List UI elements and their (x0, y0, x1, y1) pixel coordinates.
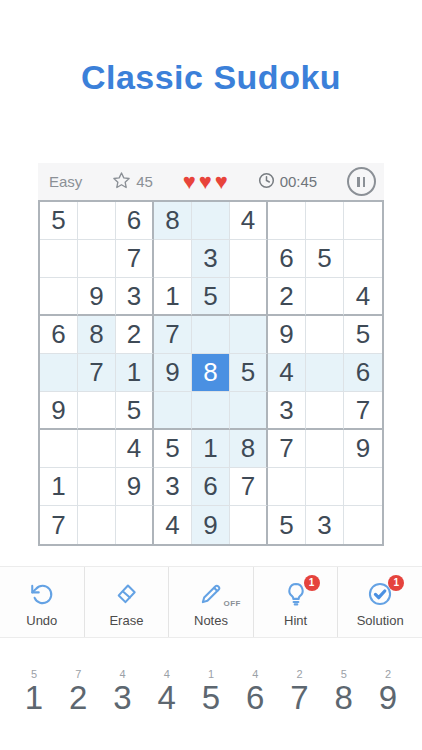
cell-r2c9[interactable] (344, 240, 382, 278)
digit-label: 2 (69, 681, 87, 716)
cell-r5c1[interactable] (40, 354, 78, 392)
toolbar: Undo Erase OFF Notes 1 (0, 566, 422, 638)
cell-r9c4[interactable]: 4 (154, 506, 192, 544)
cell-r2c3[interactable]: 7 (116, 240, 154, 278)
cell-r7c3[interactable]: 4 (116, 430, 154, 468)
cell-r6c5[interactable] (192, 392, 230, 430)
cell-r2c8[interactable]: 5 (306, 240, 344, 278)
cell-r9c5[interactable]: 9 (192, 506, 230, 544)
solution-button[interactable]: 1 Solution (338, 567, 422, 637)
number-pad: 517243441546275829 (0, 668, 422, 716)
undo-icon (29, 581, 55, 607)
cell-r9c2[interactable] (78, 506, 116, 544)
cell-r7c6[interactable]: 8 (230, 430, 268, 468)
cell-r4c7[interactable]: 9 (268, 316, 306, 354)
lives-hearts: ♥♥♥ (183, 171, 228, 193)
cell-r6c4[interactable] (154, 392, 192, 430)
cell-r8c3[interactable]: 9 (116, 468, 154, 506)
cell-r8c6[interactable]: 7 (230, 468, 268, 506)
undo-button[interactable]: Undo (0, 567, 85, 637)
cell-r4c9[interactable]: 5 (344, 316, 382, 354)
cell-r4c1[interactable]: 6 (40, 316, 78, 354)
cell-r7c7[interactable]: 7 (268, 430, 306, 468)
cell-r3c1[interactable] (40, 278, 78, 316)
hint-badge: 1 (304, 575, 320, 591)
solution-badge: 1 (388, 575, 404, 591)
cell-r2c7[interactable]: 6 (268, 240, 306, 278)
cell-r1c8[interactable] (306, 202, 344, 240)
cell-r8c7[interactable] (268, 468, 306, 506)
cell-r6c6[interactable] (230, 392, 268, 430)
cell-r9c7[interactable]: 5 (268, 506, 306, 544)
digit-label: 5 (202, 681, 220, 716)
cell-r2c1[interactable] (40, 240, 78, 278)
cell-r1c4[interactable]: 8 (154, 202, 192, 240)
pause-button[interactable] (347, 167, 376, 196)
timer-group: 00:45 (258, 172, 318, 192)
cell-r3c2[interactable]: 9 (78, 278, 116, 316)
cell-r2c6[interactable] (230, 240, 268, 278)
cell-r4c4[interactable]: 7 (154, 316, 192, 354)
cell-r3c6[interactable] (230, 278, 268, 316)
cell-r1c3[interactable]: 6 (116, 202, 154, 240)
cell-r6c2[interactable] (78, 392, 116, 430)
cell-r9c1[interactable]: 7 (40, 506, 78, 544)
cell-r6c9[interactable]: 7 (344, 392, 382, 430)
lightbulb-icon: 1 (283, 581, 309, 607)
cell-r4c8[interactable] (306, 316, 344, 354)
cell-r3c5[interactable]: 5 (192, 278, 230, 316)
cell-r1c2[interactable] (78, 202, 116, 240)
heart-icon: ♥ (183, 171, 196, 193)
cell-r2c5[interactable]: 3 (192, 240, 230, 278)
cell-r5c3[interactable]: 1 (116, 354, 154, 392)
cell-r6c7[interactable]: 3 (268, 392, 306, 430)
cell-r4c6[interactable] (230, 316, 268, 354)
solution-label: Solution (357, 613, 404, 628)
cell-r3c7[interactable]: 2 (268, 278, 306, 316)
digit-label: 4 (158, 681, 176, 716)
cell-r7c4[interactable]: 5 (154, 430, 192, 468)
numpad-key-3[interactable]: 43 (110, 668, 136, 716)
numpad-key-9[interactable]: 29 (375, 668, 401, 716)
cell-r1c6[interactable]: 4 (230, 202, 268, 240)
cell-r5c8[interactable] (306, 354, 344, 392)
digit-label: 9 (379, 681, 397, 716)
page-title: Classic Sudoku (0, 58, 422, 97)
notes-label: Erase (109, 613, 143, 628)
numpad-key-6[interactable]: 46 (242, 668, 268, 716)
numpad-key-4[interactable]: 44 (154, 668, 180, 716)
sudoku-grid: 5684736593152468279571985469537451879193… (38, 200, 384, 546)
erase-button[interactable]: Erase (85, 567, 170, 637)
notes-button[interactable]: OFF Notes (169, 567, 254, 637)
notes-toggle-state: OFF (223, 599, 241, 608)
cell-r5c6[interactable]: 5 (230, 354, 268, 392)
numpad-key-2[interactable]: 72 (65, 668, 91, 716)
cell-r7c8[interactable] (306, 430, 344, 468)
cell-r1c9[interactable] (344, 202, 382, 240)
check-circle-icon: 1 (367, 581, 393, 607)
digit-label: 1 (25, 681, 43, 716)
heart-icon: ♥ (215, 171, 228, 193)
cell-r7c9[interactable]: 9 (344, 430, 382, 468)
numpad-key-8[interactable]: 58 (331, 668, 357, 716)
cell-r1c7[interactable] (268, 202, 306, 240)
cell-r3c8[interactable] (306, 278, 344, 316)
cell-r1c1[interactable]: 5 (40, 202, 78, 240)
cell-r8c1[interactable]: 1 (40, 468, 78, 506)
cell-r7c5[interactable]: 1 (192, 430, 230, 468)
cell-r9c8[interactable]: 3 (306, 506, 344, 544)
cell-r5c9[interactable]: 6 (344, 354, 382, 392)
notes-label: Notes (194, 613, 228, 628)
hint-label: Hint (284, 613, 307, 628)
score-group: 45 (112, 171, 153, 193)
eraser-icon (113, 581, 139, 607)
cell-r9c9[interactable] (344, 506, 382, 544)
cell-r2c4[interactable] (154, 240, 192, 278)
cell-r9c6[interactable] (230, 506, 268, 544)
cell-r6c1[interactable]: 9 (40, 392, 78, 430)
hint-button[interactable]: 1 Hint (254, 567, 339, 637)
digit-label: 3 (113, 681, 131, 716)
cell-r5c5[interactable]: 8 (192, 354, 230, 392)
cell-r5c4[interactable]: 9 (154, 354, 192, 392)
cell-r3c9[interactable]: 4 (344, 278, 382, 316)
cell-r8c2[interactable] (78, 468, 116, 506)
cell-r2c2[interactable] (78, 240, 116, 278)
cell-r1c5[interactable] (192, 202, 230, 240)
difficulty-label: Easy (49, 173, 82, 190)
cell-r6c3[interactable]: 5 (116, 392, 154, 430)
cell-r6c8[interactable] (306, 392, 344, 430)
cell-r3c3[interactable]: 3 (116, 278, 154, 316)
status-bar: Easy 45 ♥♥♥ 00:45 (38, 163, 384, 200)
pencil-icon: OFF (198, 581, 224, 607)
star-count: 45 (136, 173, 153, 190)
cell-r8c5[interactable]: 6 (192, 468, 230, 506)
cell-r7c2[interactable] (78, 430, 116, 468)
cell-r4c2[interactable]: 8 (78, 316, 116, 354)
timer-value: 00:45 (280, 173, 318, 190)
digit-label: 7 (290, 681, 308, 716)
cell-r8c4[interactable]: 3 (154, 468, 192, 506)
cell-r5c2[interactable]: 7 (78, 354, 116, 392)
cell-r5c7[interactable]: 4 (268, 354, 306, 392)
cell-r4c3[interactable]: 2 (116, 316, 154, 354)
cell-r7c1[interactable] (40, 430, 78, 468)
undo-label: Undo (26, 613, 57, 628)
heart-icon: ♥ (199, 171, 212, 193)
numpad-key-7[interactable]: 27 (287, 668, 313, 716)
cell-r9c3[interactable] (116, 506, 154, 544)
cell-r8c8[interactable] (306, 468, 344, 506)
digit-label: 8 (335, 681, 353, 716)
cell-r8c9[interactable] (344, 468, 382, 506)
digit-label: 6 (246, 681, 264, 716)
cell-r3c4[interactable]: 1 (154, 278, 192, 316)
numpad-key-1[interactable]: 51 (21, 668, 47, 716)
clock-icon (258, 172, 275, 192)
cell-r4c5[interactable] (192, 316, 230, 354)
numpad-key-5[interactable]: 15 (198, 668, 224, 716)
star-icon (112, 171, 131, 193)
